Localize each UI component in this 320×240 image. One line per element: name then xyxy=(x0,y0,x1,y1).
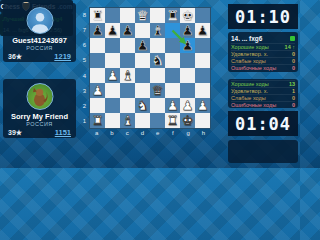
square-g2[interactable]: ♟ xyxy=(180,98,195,113)
square-e6[interactable] xyxy=(150,38,165,53)
square-h5[interactable] xyxy=(195,53,210,68)
black-queen[interactable]: ♛ xyxy=(137,9,149,22)
square-c1[interactable]: ♝ xyxy=(120,113,135,128)
stat-value: 0 xyxy=(292,65,295,71)
clock-bottom-value: 01:04 xyxy=(235,114,291,134)
square-f4[interactable] xyxy=(165,68,180,83)
white-pawn[interactable]: ♟ xyxy=(107,69,119,82)
square-g4[interactable] xyxy=(180,68,195,83)
player-stars: 36★ xyxy=(8,53,22,61)
black-pawn[interactable]: ♟ xyxy=(182,39,194,52)
clock-top-value: 01:10 xyxy=(235,7,291,27)
square-c4[interactable]: ♝ xyxy=(120,68,135,83)
square-g7[interactable]: ♟ xyxy=(180,23,195,38)
stat-row: Ошибочные ходы0 xyxy=(231,64,295,71)
square-h3[interactable] xyxy=(195,83,210,98)
black-knight[interactable]: ♞ xyxy=(152,54,164,67)
square-g3[interactable] xyxy=(180,83,195,98)
square-b2[interactable] xyxy=(105,98,120,113)
white-king[interactable]: ♚ xyxy=(182,114,194,127)
square-f7[interactable] xyxy=(165,23,180,38)
square-d4[interactable] xyxy=(135,68,150,83)
square-f5[interactable] xyxy=(165,53,180,68)
square-d8[interactable]: ♛ xyxy=(135,8,150,23)
player-name: Guest41243697 xyxy=(3,36,76,45)
square-e4[interactable] xyxy=(150,68,165,83)
square-c3[interactable] xyxy=(120,83,135,98)
black-rook[interactable]: ♜ xyxy=(92,9,104,22)
square-a2[interactable] xyxy=(90,98,105,113)
stat-row: Ошибочные ходы0 xyxy=(231,101,295,108)
square-a3[interactable]: ♟ xyxy=(90,83,105,98)
white-pawn[interactable]: ♟ xyxy=(167,99,179,112)
stat-row: Удовлетвор. х.1 xyxy=(231,87,295,94)
white-bishop[interactable]: ♝ xyxy=(122,114,134,127)
stats-table-top: Хорошие ходы14 ↑Удовлетвор. х.0Слабые хо… xyxy=(231,43,295,71)
square-c7[interactable]: ♟ xyxy=(120,23,135,38)
square-f6[interactable] xyxy=(165,38,180,53)
square-c5[interactable] xyxy=(120,53,135,68)
black-king[interactable]: ♚ xyxy=(182,9,194,22)
square-a6[interactable] xyxy=(90,38,105,53)
move-quality-indicator xyxy=(290,36,295,41)
square-g1[interactable]: ♚ xyxy=(180,113,195,128)
move-stats-panel-bottom: Хорошие ходы13Удовлетвор. х.1Слабые ходы… xyxy=(228,79,298,108)
square-f3[interactable] xyxy=(165,83,180,98)
square-b3[interactable] xyxy=(105,83,120,98)
bottom-right-panel xyxy=(228,140,298,163)
app-root: { "game": { "name": "chess", "site": "Ch… xyxy=(0,0,300,168)
stat-value: 0 xyxy=(292,102,295,108)
stat-label: Ошибочные ходы xyxy=(231,65,276,71)
square-a4[interactable] xyxy=(90,68,105,83)
square-h1[interactable] xyxy=(195,113,210,128)
square-a8[interactable]: ♜ xyxy=(90,8,105,23)
black-pawn[interactable]: ♟ xyxy=(137,39,149,52)
white-queen[interactable]: ♛ xyxy=(152,84,164,97)
white-pawn[interactable]: ♟ xyxy=(92,84,104,97)
square-b7[interactable]: ♟ xyxy=(105,23,120,38)
stat-row: Хорошие ходы14 ↑ xyxy=(231,43,295,50)
square-b5[interactable] xyxy=(105,53,120,68)
square-g5[interactable] xyxy=(180,53,195,68)
square-d6[interactable]: ♟ xyxy=(135,38,150,53)
square-c2[interactable] xyxy=(120,98,135,113)
player-country: РОССИЯ xyxy=(3,45,76,51)
square-a5[interactable] xyxy=(90,53,105,68)
square-h6[interactable] xyxy=(195,38,210,53)
white-rook[interactable]: ♜ xyxy=(92,114,104,127)
square-e3[interactable]: ♛ xyxy=(150,83,165,98)
square-e5[interactable]: ♞ xyxy=(150,53,165,68)
stat-row: Слабые ходы0 xyxy=(231,94,295,101)
square-b8[interactable] xyxy=(105,8,120,23)
square-h7[interactable]: ♟ xyxy=(195,23,210,38)
black-pawn[interactable]: ♟ xyxy=(107,24,119,37)
move-stats-panel-top: 14. ... fxg6 Хорошие ходы14 ↑Удовлетвор.… xyxy=(228,32,298,72)
white-pawn[interactable]: ♟ xyxy=(182,99,194,112)
player-rating[interactable]: 1151 xyxy=(55,128,71,137)
black-pawn[interactable]: ♟ xyxy=(92,24,104,37)
square-h8[interactable] xyxy=(195,8,210,23)
black-rook[interactable]: ♜ xyxy=(167,9,179,22)
last-move-label: 14. ... fxg6 xyxy=(231,35,262,42)
board-area: 87654321 ♜♛♜♚♟♟♟♝♟♟♟♟♞♟♝♟♛♞♟♟♟♜♝♜♚ abcde… xyxy=(80,7,211,137)
square-c6[interactable] xyxy=(120,38,135,53)
player-country: РОССИЯ xyxy=(3,121,76,127)
clock-top: 01:10 xyxy=(228,4,298,29)
square-g6[interactable]: ♟ xyxy=(180,38,195,53)
square-e2[interactable] xyxy=(150,98,165,113)
square-d1[interactable] xyxy=(135,113,150,128)
stat-row: Слабые ходы0 xyxy=(231,57,295,64)
player-name: Sorry My Friend xyxy=(3,112,76,121)
stat-row: Удовлетвор. х.0 xyxy=(231,50,295,57)
white-knight[interactable]: ♞ xyxy=(137,99,149,112)
black-pawn[interactable]: ♟ xyxy=(122,24,134,37)
player-stars: 39★ xyxy=(8,129,22,137)
rank-labels: 87654321 xyxy=(80,7,89,129)
square-b4[interactable]: ♟ xyxy=(105,68,120,83)
square-g8[interactable]: ♚ xyxy=(180,8,195,23)
white-bishop[interactable]: ♝ xyxy=(122,69,134,82)
square-h4[interactable] xyxy=(195,68,210,83)
person-icon xyxy=(27,8,52,33)
file-labels: abcdefgh xyxy=(89,129,211,137)
square-f1[interactable]: ♜ xyxy=(165,113,180,128)
white-pawn[interactable]: ♟ xyxy=(197,99,209,112)
player-rating[interactable]: 1219 xyxy=(54,52,71,61)
square-c8[interactable] xyxy=(120,8,135,23)
square-e7[interactable]: ♝ xyxy=(150,23,165,38)
chess-board[interactable]: ♜♛♜♚♟♟♟♝♟♟♟♟♞♟♝♟♛♞♟♟♟♜♝♜♚ xyxy=(89,7,211,129)
square-f2[interactable]: ♟ xyxy=(165,98,180,113)
avatar[interactable] xyxy=(26,7,53,34)
player-panel-bottom: Sorry My Friend РОССИЯ 39★ 1151 xyxy=(3,79,76,138)
square-d2[interactable]: ♞ xyxy=(135,98,150,113)
square-b6[interactable] xyxy=(105,38,120,53)
square-d3[interactable] xyxy=(135,83,150,98)
clock-bottom: 01:04 xyxy=(228,111,298,136)
square-d5[interactable] xyxy=(135,53,150,68)
black-bishop[interactable]: ♝ xyxy=(152,24,164,37)
avatar[interactable] xyxy=(26,83,53,110)
stats-table-bottom: Хорошие ходы13Удовлетвор. х.1Слабые ходы… xyxy=(231,80,295,108)
square-h2[interactable]: ♟ xyxy=(195,98,210,113)
square-f8[interactable]: ♜ xyxy=(165,8,180,23)
black-pawn[interactable]: ♟ xyxy=(182,24,194,37)
stat-label: Ошибочные ходы xyxy=(231,102,276,108)
white-rook[interactable]: ♜ xyxy=(167,114,179,127)
stat-row: Хорошие ходы13 xyxy=(231,80,295,87)
square-a1[interactable]: ♜ xyxy=(90,113,105,128)
square-e8[interactable] xyxy=(150,8,165,23)
squirrel-icon xyxy=(27,84,52,109)
square-d7[interactable] xyxy=(135,23,150,38)
square-e1[interactable] xyxy=(150,113,165,128)
square-b1[interactable] xyxy=(105,113,120,128)
player-panel-top: Guest41243697 РОССИЯ 36★ 1219 xyxy=(3,3,76,62)
black-pawn[interactable]: ♟ xyxy=(197,24,209,37)
square-a7[interactable]: ♟ xyxy=(90,23,105,38)
